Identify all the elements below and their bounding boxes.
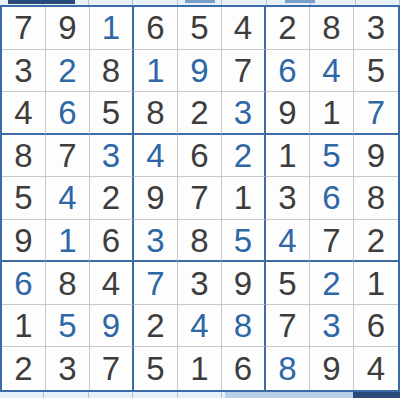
cropped-row-below	[0, 392, 400, 398]
sudoku-cell-r7c8[interactable]: 2	[310, 262, 354, 305]
sudoku-cell-r6c6[interactable]: 5	[222, 220, 266, 263]
sudoku-cell-r8c1[interactable]: 1	[2, 305, 46, 348]
sudoku-cell-r1c3[interactable]: 1	[90, 7, 134, 50]
sudoku-cell-r3c3[interactable]: 5	[90, 92, 134, 135]
sudoku-cell-r6c9[interactable]: 2	[354, 220, 398, 263]
sudoku-cell-r9c4[interactable]: 5	[134, 347, 178, 390]
sudoku-cell-r5c6[interactable]: 1	[222, 177, 266, 220]
sudoku-cell-r1c2[interactable]: 9	[46, 7, 90, 50]
sudoku-cell-r4c9[interactable]: 9	[354, 135, 398, 178]
sudoku-cell-r7c3[interactable]: 4	[90, 262, 134, 305]
sudoku-cell-r3c2[interactable]: 6	[46, 92, 90, 135]
sudoku-cell-r3c4[interactable]: 8	[134, 92, 178, 135]
sudoku-cell-r9c9[interactable]: 4	[354, 347, 398, 390]
sudoku-cell-r2c5[interactable]: 9	[178, 50, 222, 93]
sudoku-cell-r4c6[interactable]: 2	[222, 135, 266, 178]
sudoku-cell-r1c5[interactable]: 5	[178, 7, 222, 50]
sudoku-cell-r3c7[interactable]: 9	[266, 92, 310, 135]
sudoku-cell-r4c5[interactable]: 6	[178, 135, 222, 178]
sudoku-cell-r2c9[interactable]: 5	[354, 50, 398, 93]
sudoku-cell-r7c1[interactable]: 6	[2, 262, 46, 305]
sudoku-screen: 7916542833281976454658239178734621595429…	[0, 0, 400, 398]
sudoku-cell-r4c4[interactable]: 4	[134, 135, 178, 178]
sudoku-cell-r7c2[interactable]: 8	[46, 262, 90, 305]
sudoku-cell-r5c5[interactable]: 7	[178, 177, 222, 220]
sudoku-cell-r7c4[interactable]: 7	[134, 262, 178, 305]
sudoku-cell-r2c1[interactable]: 3	[2, 50, 46, 93]
sudoku-cell-r2c8[interactable]: 4	[310, 50, 354, 93]
sudoku-cell-r4c2[interactable]: 7	[46, 135, 90, 178]
sudoku-cell-r3c5[interactable]: 2	[178, 92, 222, 135]
sudoku-cell-r3c6[interactable]: 3	[222, 92, 266, 135]
sudoku-cell-r7c5[interactable]: 3	[178, 262, 222, 305]
sudoku-cell-r9c1[interactable]: 2	[2, 347, 46, 390]
sudoku-cell-r3c9[interactable]: 7	[354, 92, 398, 135]
sudoku-cell-r9c7[interactable]: 8	[266, 347, 310, 390]
sudoku-grid: 7916542833281976454658239178734621595429…	[0, 5, 400, 392]
sudoku-cell-r4c3[interactable]: 3	[90, 135, 134, 178]
sudoku-cell-r2c2[interactable]: 2	[46, 50, 90, 93]
sudoku-cell-r6c5[interactable]: 8	[178, 220, 222, 263]
sudoku-cell-r1c6[interactable]: 4	[222, 7, 266, 50]
sudoku-cell-r9c8[interactable]: 9	[310, 347, 354, 390]
sudoku-cell-r7c7[interactable]: 5	[266, 262, 310, 305]
sudoku-cell-r3c8[interactable]: 1	[310, 92, 354, 135]
sudoku-cell-r1c1[interactable]: 7	[2, 7, 46, 50]
sudoku-cell-r5c7[interactable]: 3	[266, 177, 310, 220]
sudoku-cell-r8c7[interactable]: 7	[266, 305, 310, 348]
crop-highlight-bottom-mid	[225, 392, 353, 398]
sudoku-cell-r5c9[interactable]: 8	[354, 177, 398, 220]
sudoku-cell-r8c9[interactable]: 6	[354, 305, 398, 348]
sudoku-cell-r2c7[interactable]: 6	[266, 50, 310, 93]
sudoku-cell-r8c8[interactable]: 3	[310, 305, 354, 348]
sudoku-cell-r2c6[interactable]: 7	[222, 50, 266, 93]
crop-mark-top-1	[185, 0, 215, 3]
sudoku-cell-r9c3[interactable]: 7	[90, 347, 134, 390]
sudoku-cell-r4c8[interactable]: 5	[310, 135, 354, 178]
sudoku-cell-r4c1[interactable]: 8	[2, 135, 46, 178]
sudoku-cell-r9c2[interactable]: 3	[46, 347, 90, 390]
sudoku-cell-r5c1[interactable]: 5	[2, 177, 46, 220]
sudoku-cell-r4c7[interactable]: 1	[266, 135, 310, 178]
sudoku-cell-r9c6[interactable]: 6	[222, 347, 266, 390]
sudoku-cell-r6c3[interactable]: 6	[90, 220, 134, 263]
crop-highlight-top-left	[8, 0, 75, 4]
crop-highlight-bottom-right	[353, 392, 400, 398]
sudoku-cell-r8c2[interactable]: 5	[46, 305, 90, 348]
sudoku-cell-r6c1[interactable]: 9	[2, 220, 46, 263]
sudoku-cell-r1c4[interactable]: 6	[134, 7, 178, 50]
sudoku-cell-r6c8[interactable]: 7	[310, 220, 354, 263]
sudoku-cell-r5c4[interactable]: 9	[134, 177, 178, 220]
sudoku-cell-r1c8[interactable]: 8	[310, 7, 354, 50]
sudoku-cell-r8c6[interactable]: 8	[222, 305, 266, 348]
sudoku-cell-r8c5[interactable]: 4	[178, 305, 222, 348]
sudoku-cell-r5c3[interactable]: 2	[90, 177, 134, 220]
sudoku-cell-r3c1[interactable]: 4	[2, 92, 46, 135]
sudoku-cell-r6c2[interactable]: 1	[46, 220, 90, 263]
sudoku-cell-r1c9[interactable]: 3	[354, 7, 398, 50]
sudoku-cell-r2c3[interactable]: 8	[90, 50, 134, 93]
sudoku-cell-r9c5[interactable]: 1	[178, 347, 222, 390]
sudoku-cell-r2c4[interactable]: 1	[134, 50, 178, 93]
sudoku-cell-r1c7[interactable]: 2	[266, 7, 310, 50]
sudoku-cell-r7c9[interactable]: 1	[354, 262, 398, 305]
crop-mark-top-2	[285, 0, 315, 3]
sudoku-cell-r8c4[interactable]: 2	[134, 305, 178, 348]
sudoku-cell-r8c3[interactable]: 9	[90, 305, 134, 348]
sudoku-cell-r6c4[interactable]: 3	[134, 220, 178, 263]
sudoku-cell-r6c7[interactable]: 4	[266, 220, 310, 263]
sudoku-cell-r7c6[interactable]: 9	[222, 262, 266, 305]
sudoku-cell-r5c2[interactable]: 4	[46, 177, 90, 220]
sudoku-cell-r5c8[interactable]: 6	[310, 177, 354, 220]
